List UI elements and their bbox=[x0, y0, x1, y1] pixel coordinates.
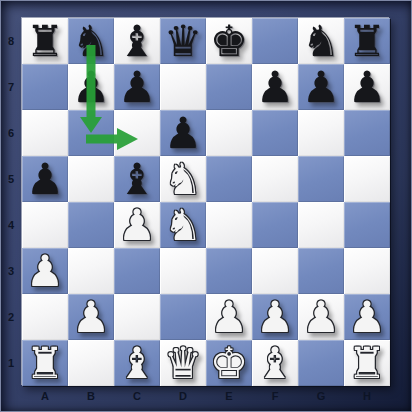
piece-white-pawn-f2[interactable]: ♟ bbox=[256, 294, 295, 340]
square-d4[interactable]: ♞ bbox=[160, 202, 206, 248]
square-b5[interactable] bbox=[68, 156, 114, 202]
piece-white-bishop-c1[interactable]: ♝ bbox=[118, 340, 157, 386]
square-d8[interactable]: ♛ bbox=[160, 18, 206, 64]
square-e8[interactable]: ♚ bbox=[206, 18, 252, 64]
square-b4[interactable] bbox=[68, 202, 114, 248]
piece-white-rook-a1[interactable]: ♜ bbox=[26, 340, 65, 386]
square-f1[interactable]: ♝ bbox=[252, 340, 298, 386]
square-h1[interactable]: ♜ bbox=[344, 340, 390, 386]
square-b3[interactable] bbox=[68, 248, 114, 294]
square-b6[interactable] bbox=[68, 110, 114, 156]
square-d2[interactable] bbox=[160, 294, 206, 340]
square-h8[interactable]: ♜ bbox=[344, 18, 390, 64]
rank-label-3: 3 bbox=[0, 248, 22, 294]
square-a1[interactable]: ♜ bbox=[22, 340, 68, 386]
piece-white-pawn-e2[interactable]: ♟ bbox=[210, 294, 249, 340]
piece-black-pawn-g7[interactable]: ♟ bbox=[302, 64, 341, 110]
piece-white-pawn-g2[interactable]: ♟ bbox=[302, 294, 341, 340]
square-a7[interactable] bbox=[22, 64, 68, 110]
piece-white-pawn-b2[interactable]: ♟ bbox=[72, 294, 111, 340]
piece-white-queen-d1[interactable]: ♛ bbox=[164, 340, 203, 386]
square-g1[interactable] bbox=[298, 340, 344, 386]
rank-label-7: 7 bbox=[0, 64, 22, 110]
piece-black-rook-a8[interactable]: ♜ bbox=[26, 18, 65, 64]
square-b8[interactable]: ♞ bbox=[68, 18, 114, 64]
square-e5[interactable] bbox=[206, 156, 252, 202]
file-label-c: C bbox=[114, 387, 160, 404]
square-a5[interactable]: ♟ bbox=[22, 156, 68, 202]
square-f6[interactable] bbox=[252, 110, 298, 156]
piece-black-bishop-c8[interactable]: ♝ bbox=[118, 18, 157, 64]
piece-black-pawn-f7[interactable]: ♟ bbox=[256, 64, 295, 110]
piece-black-knight-b8[interactable]: ♞ bbox=[72, 18, 111, 64]
file-label-g: G bbox=[298, 387, 344, 404]
square-d5[interactable]: ♞ bbox=[160, 156, 206, 202]
piece-white-knight-d5[interactable]: ♞ bbox=[164, 156, 203, 202]
piece-white-bishop-f1[interactable]: ♝ bbox=[256, 340, 295, 386]
chess-board[interactable]: ♜♞♝♛♚♞♜♟♟♟♟♟♟♟♝♞♟♞♟♟♟♟♟♟♜♝♛♚♝♜ bbox=[22, 18, 390, 386]
rank-label-6: 6 bbox=[0, 110, 22, 156]
file-label-h: H bbox=[344, 387, 390, 404]
square-d6[interactable]: ♟ bbox=[160, 110, 206, 156]
square-h5[interactable] bbox=[344, 156, 390, 202]
piece-black-pawn-d6[interactable]: ♟ bbox=[164, 110, 203, 156]
square-b7[interactable]: ♟ bbox=[68, 64, 114, 110]
square-c8[interactable]: ♝ bbox=[114, 18, 160, 64]
piece-black-rook-h8[interactable]: ♜ bbox=[348, 18, 387, 64]
square-d7[interactable] bbox=[160, 64, 206, 110]
square-c4[interactable]: ♟ bbox=[114, 202, 160, 248]
square-h4[interactable] bbox=[344, 202, 390, 248]
file-label-d: D bbox=[160, 387, 206, 404]
square-c2[interactable] bbox=[114, 294, 160, 340]
rank-label-2: 2 bbox=[0, 294, 22, 340]
piece-black-queen-d8[interactable]: ♛ bbox=[164, 18, 203, 64]
piece-black-pawn-b7[interactable]: ♟ bbox=[72, 64, 111, 110]
rank-label-4: 4 bbox=[0, 202, 22, 248]
square-e1[interactable]: ♚ bbox=[206, 340, 252, 386]
file-label-e: E bbox=[206, 387, 252, 404]
square-b2[interactable]: ♟ bbox=[68, 294, 114, 340]
file-label-f: F bbox=[252, 387, 298, 404]
square-e7[interactable] bbox=[206, 64, 252, 110]
square-d1[interactable]: ♛ bbox=[160, 340, 206, 386]
piece-white-knight-d4[interactable]: ♞ bbox=[164, 202, 203, 248]
square-e4[interactable] bbox=[206, 202, 252, 248]
file-labels: ABCDEFGH bbox=[22, 387, 390, 404]
square-c7[interactable]: ♟ bbox=[114, 64, 160, 110]
square-e2[interactable]: ♟ bbox=[206, 294, 252, 340]
square-g2[interactable]: ♟ bbox=[298, 294, 344, 340]
piece-white-pawn-a3[interactable]: ♟ bbox=[26, 248, 65, 294]
file-label-a: A bbox=[22, 387, 68, 404]
piece-black-knight-g8[interactable]: ♞ bbox=[302, 18, 341, 64]
square-c5[interactable]: ♝ bbox=[114, 156, 160, 202]
square-h6[interactable] bbox=[344, 110, 390, 156]
piece-black-bishop-c5[interactable]: ♝ bbox=[118, 156, 157, 202]
square-h7[interactable]: ♟ bbox=[344, 64, 390, 110]
square-f5[interactable] bbox=[252, 156, 298, 202]
square-c6[interactable] bbox=[114, 110, 160, 156]
square-h3[interactable] bbox=[344, 248, 390, 294]
square-g6[interactable] bbox=[298, 110, 344, 156]
square-g7[interactable]: ♟ bbox=[298, 64, 344, 110]
square-f8[interactable] bbox=[252, 18, 298, 64]
square-e3[interactable] bbox=[206, 248, 252, 294]
square-a4[interactable] bbox=[22, 202, 68, 248]
square-g5[interactable] bbox=[298, 156, 344, 202]
rank-label-5: 5 bbox=[0, 156, 22, 202]
rank-label-1: 1 bbox=[0, 340, 22, 386]
square-a2[interactable] bbox=[22, 294, 68, 340]
piece-black-king-e8[interactable]: ♚ bbox=[210, 18, 249, 64]
square-a3[interactable]: ♟ bbox=[22, 248, 68, 294]
piece-white-rook-h1[interactable]: ♜ bbox=[348, 340, 387, 386]
piece-black-pawn-a5[interactable]: ♟ bbox=[26, 156, 65, 202]
square-g3[interactable] bbox=[298, 248, 344, 294]
square-f3[interactable] bbox=[252, 248, 298, 294]
square-a8[interactable]: ♜ bbox=[22, 18, 68, 64]
rank-labels: 87654321 bbox=[0, 18, 22, 386]
square-f2[interactable]: ♟ bbox=[252, 294, 298, 340]
piece-white-pawn-c4[interactable]: ♟ bbox=[118, 202, 157, 248]
square-g4[interactable] bbox=[298, 202, 344, 248]
square-f4[interactable] bbox=[252, 202, 298, 248]
square-a6[interactable] bbox=[22, 110, 68, 156]
square-b1[interactable] bbox=[68, 340, 114, 386]
chess-board-screenshot: 87654321 ♜♞♝♛♚♞♜♟♟♟♟♟♟♟♝♞♟♞♟♟♟♟♟♟♜♝♛♚♝♜ … bbox=[0, 0, 412, 412]
piece-white-king-e1[interactable]: ♚ bbox=[210, 340, 249, 386]
rank-label-8: 8 bbox=[0, 18, 22, 64]
square-d3[interactable] bbox=[160, 248, 206, 294]
piece-black-pawn-h7[interactable]: ♟ bbox=[348, 64, 387, 110]
piece-black-pawn-c7[interactable]: ♟ bbox=[118, 64, 157, 110]
square-c1[interactable]: ♝ bbox=[114, 340, 160, 386]
square-c3[interactable] bbox=[114, 248, 160, 294]
file-label-b: B bbox=[68, 387, 114, 404]
square-f7[interactable]: ♟ bbox=[252, 64, 298, 110]
square-h2[interactable]: ♟ bbox=[344, 294, 390, 340]
square-e6[interactable] bbox=[206, 110, 252, 156]
piece-white-pawn-h2[interactable]: ♟ bbox=[348, 294, 387, 340]
square-g8[interactable]: ♞ bbox=[298, 18, 344, 64]
